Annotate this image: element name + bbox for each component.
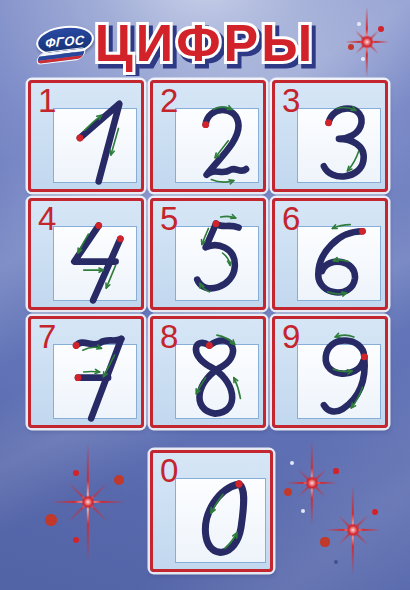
poster-title: ЦИФРЫ ЦИФРЫ bbox=[72, 14, 338, 80]
digit-card-3: 3 bbox=[272, 80, 388, 192]
digit-card-9: 9 bbox=[272, 316, 388, 428]
card-number-label: 6 bbox=[282, 201, 300, 237]
sparkle-dot bbox=[357, 22, 361, 26]
sparkle-dot bbox=[73, 537, 79, 543]
card-number-label: 5 bbox=[160, 201, 178, 237]
sparkle-dot bbox=[378, 26, 384, 32]
card-number-label: 1 bbox=[38, 83, 56, 119]
card-number-label: 4 bbox=[38, 201, 56, 237]
poster-title-text: ЦИФРЫ bbox=[95, 14, 315, 72]
digit-card-1: 1 bbox=[28, 80, 144, 192]
card-number-label: 2 bbox=[160, 83, 178, 119]
card-number-label: 8 bbox=[160, 319, 178, 355]
digit-card-7: 7 bbox=[28, 316, 144, 428]
sparkle-dot bbox=[73, 470, 79, 476]
sparkle-dot bbox=[320, 537, 329, 546]
digit-card-0: 0 bbox=[150, 450, 273, 572]
digit-card-8: 8 bbox=[150, 316, 266, 428]
card-number-label: 7 bbox=[38, 319, 56, 355]
sparkle-dot bbox=[372, 509, 378, 515]
card-number-label: 9 bbox=[282, 319, 300, 355]
poster-background: ФГОС ЦИФРЫ ЦИФРЫ 123456789 0 bbox=[0, 0, 410, 590]
sparkle-dot bbox=[290, 461, 294, 465]
sparkle-dot bbox=[114, 475, 124, 485]
digit-card-4: 4 bbox=[28, 198, 144, 310]
digit-card-6: 6 bbox=[272, 198, 388, 310]
sparkle-dot bbox=[301, 509, 305, 513]
card-number-label: 0 bbox=[160, 453, 178, 489]
digit-card-5: 5 bbox=[150, 198, 266, 310]
digit-card-2: 2 bbox=[150, 80, 266, 192]
digit-cards-grid: 123456789 bbox=[28, 80, 388, 428]
sparkle-dot bbox=[333, 468, 338, 473]
sparkle-dot bbox=[45, 514, 56, 525]
sparkle-dot bbox=[334, 560, 338, 564]
sparkle-dot bbox=[361, 57, 365, 61]
sparkle-dot bbox=[284, 488, 292, 496]
card-number-label: 3 bbox=[282, 83, 300, 119]
sparkle-dot bbox=[348, 44, 354, 50]
